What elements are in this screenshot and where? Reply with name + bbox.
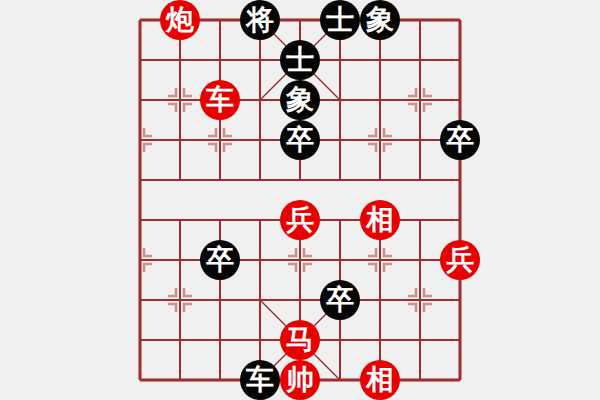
xiangqi-app: 炮将士象士车象卒卒兵相卒兵卒马车帅相 bbox=[0, 0, 600, 400]
piece-black-soldier[interactable]: 卒 bbox=[200, 240, 240, 280]
piece-black-soldier[interactable]: 卒 bbox=[280, 120, 320, 160]
piece-black-chariot[interactable]: 车 bbox=[240, 360, 280, 400]
piece-red-soldier[interactable]: 兵 bbox=[440, 240, 480, 280]
piece-red-chariot[interactable]: 车 bbox=[200, 80, 240, 120]
piece-black-soldier[interactable]: 卒 bbox=[440, 120, 480, 160]
piece-red-elephant[interactable]: 相 bbox=[360, 200, 400, 240]
piece-red-cannon[interactable]: 炮 bbox=[160, 0, 200, 40]
piece-black-advisor[interactable]: 士 bbox=[280, 40, 320, 80]
piece-black-soldier[interactable]: 卒 bbox=[320, 280, 360, 320]
piece-red-general[interactable]: 帅 bbox=[280, 360, 320, 400]
piece-red-horse[interactable]: 马 bbox=[280, 320, 320, 360]
xiangqi-board[interactable]: 炮将士象士车象卒卒兵相卒兵卒马车帅相 bbox=[120, 0, 480, 400]
piece-black-elephant[interactable]: 象 bbox=[360, 0, 400, 40]
piece-black-elephant[interactable]: 象 bbox=[280, 80, 320, 120]
piece-red-elephant[interactable]: 相 bbox=[360, 360, 400, 400]
piece-black-advisor[interactable]: 士 bbox=[320, 0, 360, 40]
piece-black-general[interactable]: 将 bbox=[240, 0, 280, 40]
piece-red-soldier[interactable]: 兵 bbox=[280, 200, 320, 240]
